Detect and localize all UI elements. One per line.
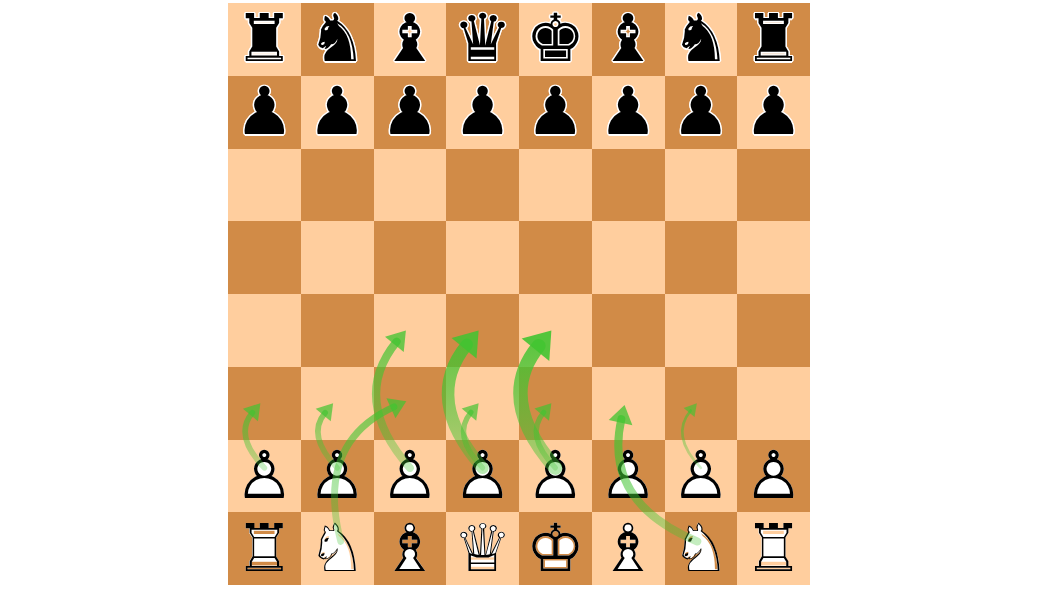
square-d2[interactable]: ♟♙ [446, 440, 519, 513]
pawn-glyph: ♟ [665, 76, 738, 149]
piece-black-pawn[interactable]: ♟ [374, 76, 447, 149]
pawn-glyph: ♙ [301, 440, 374, 513]
square-f6[interactable] [592, 149, 665, 222]
piece-white-pawn[interactable]: ♟♙ [665, 440, 738, 513]
knight-glyph: ♘ [301, 512, 374, 585]
square-f3[interactable] [592, 367, 665, 440]
piece-white-rook[interactable]: ♜♖ [737, 512, 810, 585]
piece-white-pawn[interactable]: ♟♙ [737, 440, 810, 513]
rook-glyph: ♖ [228, 512, 301, 585]
piece-black-rook[interactable]: ♜ [737, 3, 810, 76]
pawn-glyph: ♟ [446, 76, 519, 149]
piece-black-knight[interactable]: ♞ [301, 3, 374, 76]
square-b5[interactable] [301, 221, 374, 294]
piece-white-knight[interactable]: ♞♘ [665, 512, 738, 585]
square-b4[interactable] [301, 294, 374, 367]
square-a6[interactable] [228, 149, 301, 222]
rook-glyph: ♜ [228, 3, 301, 76]
square-g3[interactable] [665, 367, 738, 440]
piece-black-king[interactable]: ♚ [519, 3, 592, 76]
rook-glyph: ♖ [737, 512, 810, 585]
piece-white-queen[interactable]: ♛♕ [446, 512, 519, 585]
piece-black-pawn[interactable]: ♟ [301, 76, 374, 149]
square-g7[interactable]: ♟ [665, 76, 738, 149]
bishop-glyph: ♝ [592, 3, 665, 76]
square-d1[interactable]: ♛♕ [446, 512, 519, 585]
bishop-glyph: ♝ [374, 3, 447, 76]
square-f2[interactable]: ♟♙ [592, 440, 665, 513]
square-h5[interactable] [737, 221, 810, 294]
square-d6[interactable] [446, 149, 519, 222]
square-f1[interactable]: ♝♗ [592, 512, 665, 585]
square-e8[interactable]: ♚ [519, 3, 592, 76]
square-d7[interactable]: ♟ [446, 76, 519, 149]
square-a5[interactable] [228, 221, 301, 294]
piece-white-knight[interactable]: ♞♘ [301, 512, 374, 585]
pawn-glyph: ♟ [301, 76, 374, 149]
square-h7[interactable]: ♟ [737, 76, 810, 149]
square-a3[interactable] [228, 367, 301, 440]
square-h8[interactable]: ♜ [737, 3, 810, 76]
square-e5[interactable] [519, 221, 592, 294]
pawn-glyph: ♟ [519, 76, 592, 149]
piece-black-rook[interactable]: ♜ [228, 3, 301, 76]
pawn-glyph: ♙ [592, 440, 665, 513]
pawn-glyph: ♙ [374, 440, 447, 513]
piece-white-king[interactable]: ♚♔ [519, 512, 592, 585]
square-a8[interactable]: ♜ [228, 3, 301, 76]
square-b6[interactable] [301, 149, 374, 222]
piece-white-bishop[interactable]: ♝♗ [592, 512, 665, 585]
square-a2[interactable]: ♟♙ [228, 440, 301, 513]
piece-white-rook[interactable]: ♜♖ [228, 512, 301, 585]
queen-glyph: ♛ [446, 3, 519, 76]
square-d4[interactable] [446, 294, 519, 367]
piece-black-pawn[interactable]: ♟ [665, 76, 738, 149]
piece-white-pawn[interactable]: ♟♙ [374, 440, 447, 513]
square-g2[interactable]: ♟♙ [665, 440, 738, 513]
piece-black-knight[interactable]: ♞ [665, 3, 738, 76]
piece-black-bishop[interactable]: ♝ [592, 3, 665, 76]
rook-glyph: ♜ [737, 3, 810, 76]
piece-white-pawn[interactable]: ♟♙ [519, 440, 592, 513]
piece-black-pawn[interactable]: ♟ [228, 76, 301, 149]
square-h6[interactable] [737, 149, 810, 222]
piece-black-bishop[interactable]: ♝ [374, 3, 447, 76]
square-g4[interactable] [665, 294, 738, 367]
pawn-glyph: ♟ [374, 76, 447, 149]
square-b7[interactable]: ♟ [301, 76, 374, 149]
piece-black-queen[interactable]: ♛ [446, 3, 519, 76]
piece-white-pawn[interactable]: ♟♙ [301, 440, 374, 513]
bishop-glyph: ♗ [592, 512, 665, 585]
square-h1[interactable]: ♜♖ [737, 512, 810, 585]
king-glyph: ♚ [519, 3, 592, 76]
pawn-glyph: ♙ [519, 440, 592, 513]
pawn-glyph: ♟ [737, 76, 810, 149]
pawn-glyph: ♟ [592, 76, 665, 149]
piece-black-pawn[interactable]: ♟ [519, 76, 592, 149]
square-h2[interactable]: ♟♙ [737, 440, 810, 513]
piece-black-pawn[interactable]: ♟ [737, 76, 810, 149]
square-b3[interactable] [301, 367, 374, 440]
square-e7[interactable]: ♟ [519, 76, 592, 149]
square-c6[interactable] [374, 149, 447, 222]
pawn-glyph: ♟ [228, 76, 301, 149]
chess-board: ♜♞♝♛♚♝♞♜♟♟♟♟♟♟♟♟♟♙♟♙♟♙♟♙♟♙♟♙♟♙♟♙♜♖♞♘♝♗♛♕… [228, 3, 810, 585]
piece-black-pawn[interactable]: ♟ [446, 76, 519, 149]
square-a4[interactable] [228, 294, 301, 367]
square-f7[interactable]: ♟ [592, 76, 665, 149]
square-f8[interactable]: ♝ [592, 3, 665, 76]
square-h4[interactable] [737, 294, 810, 367]
pawn-glyph: ♙ [228, 440, 301, 513]
piece-white-pawn[interactable]: ♟♙ [228, 440, 301, 513]
square-c1[interactable]: ♝♗ [374, 512, 447, 585]
square-b8[interactable]: ♞ [301, 3, 374, 76]
square-g8[interactable]: ♞ [665, 3, 738, 76]
square-c3[interactable] [374, 367, 447, 440]
square-g1[interactable]: ♞♘ [665, 512, 738, 585]
square-f4[interactable] [592, 294, 665, 367]
square-d8[interactable]: ♛ [446, 3, 519, 76]
square-b1[interactable]: ♞♘ [301, 512, 374, 585]
pawn-glyph: ♙ [446, 440, 519, 513]
knight-glyph: ♞ [301, 3, 374, 76]
pawn-glyph: ♙ [665, 440, 738, 513]
square-h3[interactable] [737, 367, 810, 440]
square-c4[interactable] [374, 294, 447, 367]
pawn-glyph: ♙ [737, 440, 810, 513]
square-c8[interactable]: ♝ [374, 3, 447, 76]
square-g6[interactable] [665, 149, 738, 222]
square-d5[interactable] [446, 221, 519, 294]
square-e1[interactable]: ♚♔ [519, 512, 592, 585]
square-g5[interactable] [665, 221, 738, 294]
square-a7[interactable]: ♟ [228, 76, 301, 149]
knight-glyph: ♘ [665, 512, 738, 585]
queen-glyph: ♕ [446, 512, 519, 585]
square-e6[interactable] [519, 149, 592, 222]
square-e2[interactable]: ♟♙ [519, 440, 592, 513]
knight-glyph: ♞ [665, 3, 738, 76]
square-c7[interactable]: ♟ [374, 76, 447, 149]
piece-white-pawn[interactable]: ♟♙ [592, 440, 665, 513]
piece-black-pawn[interactable]: ♟ [592, 76, 665, 149]
square-a1[interactable]: ♜♖ [228, 512, 301, 585]
piece-white-pawn[interactable]: ♟♙ [446, 440, 519, 513]
square-b2[interactable]: ♟♙ [301, 440, 374, 513]
square-c5[interactable] [374, 221, 447, 294]
square-e4[interactable] [519, 294, 592, 367]
square-c2[interactable]: ♟♙ [374, 440, 447, 513]
square-d3[interactable] [446, 367, 519, 440]
square-f5[interactable] [592, 221, 665, 294]
king-glyph: ♔ [519, 512, 592, 585]
square-e3[interactable] [519, 367, 592, 440]
bishop-glyph: ♗ [374, 512, 447, 585]
piece-white-bishop[interactable]: ♝♗ [374, 512, 447, 585]
